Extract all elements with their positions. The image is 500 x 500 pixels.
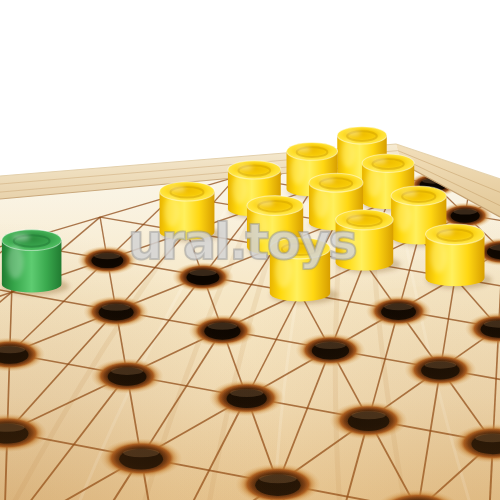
- peg-board: [0, 0, 500, 500]
- peg-yellow[interactable]: [270, 238, 330, 302]
- board-photo: ural.toys: [0, 0, 500, 500]
- peg-yellow[interactable]: [425, 224, 484, 286]
- peg-green[interactable]: [2, 230, 62, 293]
- peg-yellow[interactable]: [160, 182, 215, 240]
- peg-yellow[interactable]: [336, 210, 394, 271]
